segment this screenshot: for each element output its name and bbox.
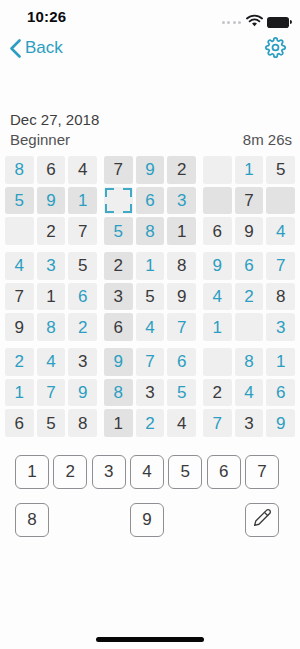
cellular-dots-icon	[222, 21, 242, 24]
cell-r7c7[interactable]	[203, 348, 232, 376]
cell-value: 1	[114, 415, 123, 432]
cell-value: 5	[46, 415, 55, 432]
cell-value: 8	[15, 161, 24, 178]
cell-r8c8[interactable]: 4	[235, 379, 264, 407]
cell-r1c5[interactable]: 9	[136, 156, 165, 184]
chevron-left-icon	[9, 39, 21, 58]
cell-r7c9[interactable]: 1	[266, 348, 295, 376]
cell-r8c6[interactable]: 5	[167, 379, 196, 407]
back-button[interactable]: Back	[9, 38, 63, 58]
cell-value: 1	[78, 192, 87, 209]
cell-r5c1[interactable]: 7	[5, 283, 34, 311]
cell-value: 1	[177, 223, 186, 240]
cell-r9c9[interactable]: 9	[266, 409, 295, 437]
cell-value: 3	[276, 319, 285, 336]
cell-r7c6[interactable]: 6	[167, 348, 196, 376]
cell-value: 7	[145, 353, 154, 370]
board-block-2-1: 435716982	[5, 252, 97, 341]
cell-value: 2	[78, 319, 87, 336]
cell-value: 2	[145, 415, 154, 432]
board-block-1-3: 157694	[203, 156, 295, 245]
cell-r7c5[interactable]: 7	[136, 348, 165, 376]
cell-r3c1[interactable]	[5, 217, 34, 245]
settings-button[interactable]	[265, 37, 286, 61]
cell-r5c7[interactable]: 4	[203, 283, 232, 311]
cell-r6c8[interactable]	[235, 313, 264, 341]
cell-value: 1	[276, 353, 285, 370]
cell-value: 7	[276, 257, 285, 274]
cell-r9c3[interactable]: 8	[68, 409, 97, 437]
keypad-3[interactable]: 3	[92, 455, 126, 489]
pencil-button[interactable]	[245, 503, 279, 537]
cell-r2c5[interactable]: 6	[136, 187, 165, 215]
cell-r8c4[interactable]: 8	[104, 379, 133, 407]
cell-value: 6	[177, 353, 186, 370]
keypad-9[interactable]: 9	[130, 503, 164, 537]
cell-r9c7[interactable]: 7	[203, 409, 232, 437]
cell-value: 7	[177, 319, 186, 336]
cell-r8c1[interactable]: 1	[5, 379, 34, 407]
cell-r5c9[interactable]: 8	[266, 283, 295, 311]
cell-r6c5[interactable]: 4	[136, 313, 165, 341]
keypad-8[interactable]: 8	[15, 503, 49, 537]
cell-value: 8	[276, 288, 285, 305]
cell-value: 5	[78, 257, 87, 274]
cell-r9c1[interactable]: 6	[5, 409, 34, 437]
cell-r3c8[interactable]: 9	[235, 217, 264, 245]
cell-r4c8[interactable]: 6	[235, 252, 264, 280]
cell-r6c2[interactable]: 8	[37, 313, 66, 341]
cell-value: 3	[244, 415, 253, 432]
cell-value: 9	[46, 192, 55, 209]
cell-r2c1[interactable]: 5	[5, 187, 34, 215]
cell-value: 4	[46, 353, 55, 370]
cell-value: 4	[213, 288, 222, 305]
keypad-2[interactable]: 2	[53, 455, 87, 489]
cell-r3c2[interactable]: 2	[37, 217, 66, 245]
board-block-3-2: 976835124	[104, 348, 196, 437]
cell-value: 7	[114, 161, 123, 178]
cell-value: 9	[145, 161, 154, 178]
cell-value: 3	[78, 353, 87, 370]
cell-r1c3[interactable]: 4	[68, 156, 97, 184]
cell-r7c3[interactable]: 3	[68, 348, 97, 376]
cell-value: 8	[46, 319, 55, 336]
cell-value: 9	[177, 288, 186, 305]
keypad-6[interactable]: 6	[207, 455, 241, 489]
cell-r9c4[interactable]: 1	[104, 409, 133, 437]
cell-r3c5[interactable]: 8	[136, 217, 165, 245]
selection-corner-tl	[105, 188, 114, 197]
cell-value: 6	[276, 384, 285, 401]
home-indicator[interactable]	[96, 637, 204, 642]
cell-value: 9	[78, 384, 87, 401]
cell-value: 5	[114, 223, 123, 240]
cell-r8c7[interactable]: 2	[203, 379, 232, 407]
keypad-5[interactable]: 5	[168, 455, 202, 489]
cell-value: 9	[276, 415, 285, 432]
cell-value: 8	[244, 353, 253, 370]
cell-value: 4	[276, 223, 285, 240]
cell-r2c7[interactable]	[203, 187, 232, 215]
status-bar-icons	[222, 13, 293, 31]
cell-r1c4[interactable]: 7	[104, 156, 133, 184]
cell-value: 5	[15, 192, 24, 209]
cell-r6c3[interactable]: 2	[68, 313, 97, 341]
back-label: Back	[25, 38, 63, 58]
cell-value: 6	[114, 319, 123, 336]
cell-r9c5[interactable]: 2	[136, 409, 165, 437]
cell-r7c8[interactable]: 8	[235, 348, 264, 376]
keypad-7[interactable]: 7	[245, 455, 279, 489]
status-bar-time: 10:26	[27, 8, 66, 25]
cell-r6c1[interactable]: 9	[5, 313, 34, 341]
elapsed-timer: 8m 26s	[243, 131, 292, 148]
cell-value: 5	[177, 384, 186, 401]
cell-r9c8[interactable]: 3	[235, 409, 264, 437]
cell-value: 1	[46, 288, 55, 305]
cell-r1c7[interactable]	[203, 156, 232, 184]
cell-value: 9	[114, 353, 123, 370]
cell-value: 8	[114, 384, 123, 401]
board-block-2-2: 218359647	[104, 252, 196, 341]
cell-r2c3[interactable]: 1	[68, 187, 97, 215]
cell-value: 7	[46, 384, 55, 401]
cell-value: 4	[244, 384, 253, 401]
cell-value: 2	[244, 288, 253, 305]
cell-value: 2	[177, 161, 186, 178]
cell-r7c1[interactable]: 2	[5, 348, 34, 376]
cell-value: 9	[244, 223, 253, 240]
cell-r8c5[interactable]: 3	[136, 379, 165, 407]
board-block-1-2: 79263581	[104, 156, 196, 245]
cell-r3c7[interactable]: 6	[203, 217, 232, 245]
cell-value: 1	[244, 161, 253, 178]
cell-r2c9[interactable]	[266, 187, 295, 215]
cell-r1c2[interactable]: 6	[37, 156, 66, 184]
cell-r4c9[interactable]: 7	[266, 252, 295, 280]
cell-r5c2[interactable]: 1	[37, 283, 66, 311]
cell-value: 4	[15, 257, 24, 274]
cell-value: 8	[78, 415, 87, 432]
keypad: 123456789	[15, 455, 279, 537]
cell-r5c8[interactable]: 2	[235, 283, 264, 311]
sudoku-app-screen: 10:26 Back Dec 27,	[0, 0, 300, 649]
cell-value: 5	[276, 161, 285, 178]
cell-r1c9[interactable]: 5	[266, 156, 295, 184]
cell-r5c4[interactable]: 3	[104, 283, 133, 311]
cell-r1c8[interactable]: 1	[235, 156, 264, 184]
cell-value: 3	[177, 192, 186, 209]
cell-value: 1	[213, 319, 222, 336]
cell-value: 2	[46, 223, 55, 240]
cell-value: 6	[15, 415, 24, 432]
cell-r2c2[interactable]: 9	[37, 187, 66, 215]
cell-value: 7	[15, 288, 24, 305]
puzzle-date: Dec 27, 2018	[10, 111, 99, 128]
board-block-3-1: 243179658	[5, 348, 97, 437]
cell-value: 2	[15, 353, 24, 370]
cell-r8c9[interactable]: 6	[266, 379, 295, 407]
cell-r4c2[interactable]: 3	[37, 252, 66, 280]
cell-value: 9	[15, 319, 24, 336]
cell-value: 9	[213, 257, 222, 274]
cell-r4c6[interactable]: 8	[167, 252, 196, 280]
cell-r6c4[interactable]: 6	[104, 313, 133, 341]
board-block-1-1: 86459127	[5, 156, 97, 245]
cell-value: 7	[244, 192, 253, 209]
cell-r6c6[interactable]: 7	[167, 313, 196, 341]
gear-icon	[265, 46, 286, 61]
cell-value: 6	[78, 288, 87, 305]
cell-value: 5	[145, 288, 154, 305]
difficulty-label: Beginner	[10, 131, 70, 148]
wifi-icon	[246, 13, 263, 31]
cell-r7c4[interactable]: 9	[104, 348, 133, 376]
cell-value: 6	[213, 223, 222, 240]
cell-r8c2[interactable]: 7	[37, 379, 66, 407]
cell-r8c3[interactable]: 9	[68, 379, 97, 407]
cell-value: 3	[114, 288, 123, 305]
cell-value: 3	[46, 257, 55, 274]
cell-value: 1	[145, 257, 154, 274]
cell-r4c4[interactable]: 2	[104, 252, 133, 280]
cell-value: 6	[145, 192, 154, 209]
keypad-4[interactable]: 4	[130, 455, 164, 489]
cell-value: 7	[78, 223, 87, 240]
cell-r6c9[interactable]: 3	[266, 313, 295, 341]
cell-value: 3	[145, 384, 154, 401]
cell-value: 1	[15, 384, 24, 401]
cell-value: 6	[244, 257, 253, 274]
cell-value: 4	[145, 319, 154, 336]
cell-r3c6[interactable]: 1	[167, 217, 196, 245]
cell-r4c7[interactable]: 9	[203, 252, 232, 280]
cell-r6c7[interactable]: 1	[203, 313, 232, 341]
board-block-2-3: 96742813	[203, 252, 295, 341]
cell-r5c5[interactable]: 5	[136, 283, 165, 311]
cell-r1c6[interactable]: 2	[167, 156, 196, 184]
cell-value: 6	[46, 161, 55, 178]
cell-value: 4	[78, 161, 87, 178]
cell-r3c4[interactable]: 5	[104, 217, 133, 245]
cell-value: 8	[177, 257, 186, 274]
cell-r9c2[interactable]: 5	[37, 409, 66, 437]
cell-r7c2[interactable]: 4	[37, 348, 66, 376]
cell-r5c3[interactable]: 6	[68, 283, 97, 311]
cell-r2c6[interactable]: 3	[167, 187, 196, 215]
cell-r4c3[interactable]: 5	[68, 252, 97, 280]
pencil-icon	[253, 508, 272, 532]
cell-r2c8[interactable]: 7	[235, 187, 264, 215]
cell-value: 7	[213, 415, 222, 432]
cell-r9c6[interactable]: 4	[167, 409, 196, 437]
selection-corner-bl	[105, 204, 114, 213]
cell-value: 4	[177, 415, 186, 432]
board-block-3-3: 81246739	[203, 348, 295, 437]
battery-icon	[267, 17, 289, 28]
cell-value: 2	[213, 384, 222, 401]
sudoku-board: 8645912779263581157694435716982218359647…	[5, 156, 295, 437]
cell-r3c9[interactable]: 4	[266, 217, 295, 245]
cell-r1c1[interactable]: 8	[5, 156, 34, 184]
keypad-1[interactable]: 1	[15, 455, 49, 489]
cell-value: 2	[114, 257, 123, 274]
cell-value: 8	[145, 223, 154, 240]
selection-corner-tr	[123, 188, 132, 197]
cell-r3c3[interactable]: 7	[68, 217, 97, 245]
cell-r4c5[interactable]: 1	[136, 252, 165, 280]
selection-corner-br	[123, 204, 132, 213]
cell-r2c4[interactable]	[104, 187, 133, 215]
cell-r4c1[interactable]: 4	[5, 252, 34, 280]
cell-r5c6[interactable]: 9	[167, 283, 196, 311]
